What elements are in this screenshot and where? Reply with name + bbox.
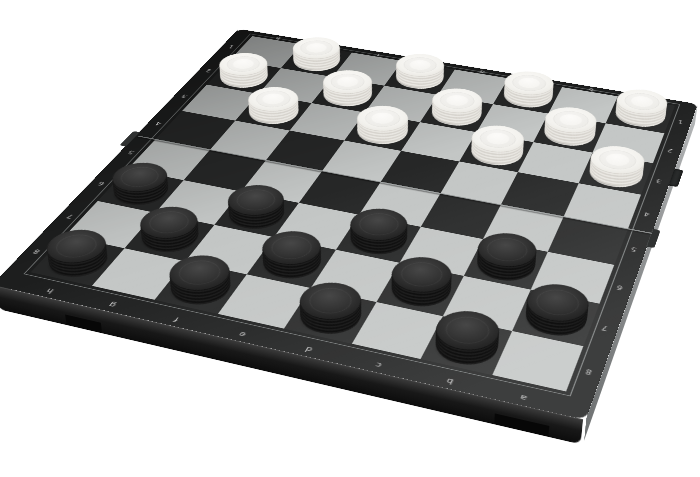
case-notch-left xyxy=(65,314,102,333)
checker-white[interactable] xyxy=(351,115,415,147)
checker-white[interactable] xyxy=(611,99,669,130)
checker-white[interactable] xyxy=(426,98,487,129)
file-label-near-h: h xyxy=(45,287,56,294)
checker-black[interactable] xyxy=(291,292,369,339)
checker-black[interactable] xyxy=(428,321,505,370)
rank-label-left-5: 5 xyxy=(127,150,135,155)
rank-label-left-1: 1 xyxy=(229,44,236,48)
checkers-board: hhggffeeddccbbaa1122334455667788 xyxy=(0,29,698,420)
file-label-near-a: a xyxy=(518,393,527,401)
checker-white[interactable] xyxy=(390,64,449,93)
checker-white[interactable] xyxy=(540,117,601,149)
rank-label-left-6: 6 xyxy=(98,180,106,185)
rank-label-left-2: 2 xyxy=(206,68,213,72)
file-label-near-e: e xyxy=(237,330,247,337)
rank-label-right-5: 5 xyxy=(630,246,637,252)
checker-white[interactable] xyxy=(498,81,557,111)
checker-white[interactable] xyxy=(317,80,379,110)
checker-black[interactable] xyxy=(221,195,293,234)
clasp-tab-right xyxy=(668,169,684,188)
checker-white[interactable] xyxy=(286,47,346,74)
rank-label-right-4: 4 xyxy=(643,211,650,216)
checker-black[interactable] xyxy=(343,218,414,258)
rank-label-right-7: 7 xyxy=(601,324,609,331)
rank-label-left-3: 3 xyxy=(181,94,188,98)
file-label-near-f: f xyxy=(173,316,181,323)
checker-black[interactable] xyxy=(132,217,207,257)
checker-black[interactable] xyxy=(254,241,329,283)
board-frame: hhggffeeddccbbaa1122334455667788 xyxy=(0,29,698,420)
file-label-near-g: g xyxy=(107,301,118,308)
checker-white[interactable] xyxy=(241,96,305,127)
file-label-far-f: f xyxy=(376,53,381,56)
checker-black[interactable] xyxy=(105,172,177,209)
photo-background: hhggffeeddccbbaa1122334455667788 xyxy=(0,0,700,477)
rank-label-right-1: 1 xyxy=(678,119,684,123)
rank-label-left-4: 4 xyxy=(155,121,163,125)
checker-black[interactable] xyxy=(520,294,593,341)
rank-label-left-8: 8 xyxy=(33,248,42,254)
rank-label-right-6: 6 xyxy=(616,284,623,290)
checker-white[interactable] xyxy=(465,135,528,169)
checker-black[interactable] xyxy=(162,265,240,309)
file-label-near-b: b xyxy=(445,377,455,385)
checker-white[interactable] xyxy=(585,156,647,191)
case-notch-right xyxy=(494,413,549,437)
rank-label-right-2: 2 xyxy=(667,148,673,153)
checker-black[interactable] xyxy=(471,243,542,286)
checker-black[interactable] xyxy=(38,239,117,281)
file-label-near-c: c xyxy=(374,361,383,369)
rank-label-right-8: 8 xyxy=(585,368,593,375)
file-label-near-d: d xyxy=(304,345,314,353)
checker-black[interactable] xyxy=(383,267,457,312)
rank-label-right-3: 3 xyxy=(656,178,663,183)
rank-label-left-7: 7 xyxy=(66,213,75,218)
